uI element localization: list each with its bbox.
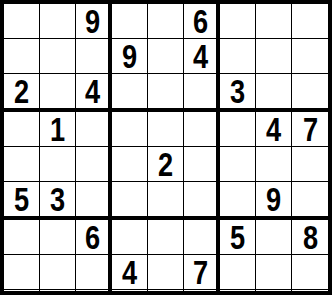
cell-r4c9[interactable]: 7 (292, 112, 328, 147)
cell-r7c6[interactable] (184, 220, 220, 255)
sudoku-board: 969424314725396584739 (0, 0, 332, 295)
cell-r6c4[interactable] (112, 182, 148, 220)
cell-r1c4[interactable] (112, 4, 148, 39)
cell-r9c7[interactable]: 9 (220, 290, 256, 295)
cell-r2c2[interactable] (40, 39, 76, 74)
cell-r3c5[interactable] (148, 74, 184, 112)
given-digit: 4 (192, 39, 207, 73)
given-digit: 3 (230, 74, 245, 108)
given-digit: 9 (84, 4, 99, 38)
cell-r8c3[interactable] (76, 255, 112, 290)
given-digit: 9 (122, 39, 137, 73)
cell-r2c7[interactable] (220, 39, 256, 74)
cell-r7c9[interactable]: 8 (292, 220, 328, 255)
cell-r7c2[interactable] (40, 220, 76, 255)
cell-r7c3[interactable]: 6 (76, 220, 112, 255)
cell-r1c1[interactable] (4, 4, 40, 39)
cell-r9c3[interactable] (76, 290, 112, 295)
cell-r9c5[interactable] (148, 290, 184, 295)
cell-r4c1[interactable] (4, 112, 40, 147)
cell-r6c2[interactable]: 3 (40, 182, 76, 220)
cell-r5c4[interactable] (112, 147, 148, 182)
cell-r3c9[interactable] (292, 74, 328, 112)
cell-r6c6[interactable] (184, 182, 220, 220)
cell-r7c4[interactable] (112, 220, 148, 255)
cell-r2c1[interactable] (4, 39, 40, 74)
given-digit: 4 (84, 74, 99, 108)
cell-r8c4[interactable]: 4 (112, 255, 148, 290)
cell-r9c8[interactable] (256, 290, 292, 295)
cell-r5c3[interactable] (76, 147, 112, 182)
cell-r3c7[interactable]: 3 (220, 74, 256, 112)
cell-r9c9[interactable] (292, 290, 328, 295)
cell-r1c6[interactable]: 6 (184, 4, 220, 39)
cell-r4c4[interactable] (112, 112, 148, 147)
cell-r5c9[interactable] (292, 147, 328, 182)
cell-r4c3[interactable] (76, 112, 112, 147)
cell-r6c1[interactable]: 5 (4, 182, 40, 220)
cell-r6c8[interactable]: 9 (256, 182, 292, 220)
cell-r8c7[interactable] (220, 255, 256, 290)
given-digit: 3 (122, 290, 137, 295)
cell-r1c8[interactable] (256, 4, 292, 39)
cell-r4c8[interactable]: 4 (256, 112, 292, 147)
cell-r7c1[interactable] (4, 220, 40, 255)
given-digit: 7 (192, 255, 207, 289)
cell-r2c9[interactable] (292, 39, 328, 74)
cell-r9c2[interactable] (40, 290, 76, 295)
given-digit: 7 (302, 112, 317, 146)
cell-r9c4[interactable]: 3 (112, 290, 148, 295)
cell-r8c2[interactable] (40, 255, 76, 290)
cell-r1c2[interactable] (40, 4, 76, 39)
given-digit: 1 (50, 112, 65, 146)
given-digit: 6 (84, 220, 99, 254)
given-digit: 4 (122, 255, 137, 289)
given-digit: 3 (50, 182, 65, 216)
cell-r8c6[interactable]: 7 (184, 255, 220, 290)
cell-r6c9[interactable] (292, 182, 328, 220)
given-digit: 8 (302, 220, 317, 254)
cell-r4c7[interactable] (220, 112, 256, 147)
cell-r8c5[interactable] (148, 255, 184, 290)
cell-r8c1[interactable] (4, 255, 40, 290)
cell-r2c5[interactable] (148, 39, 184, 74)
cell-r7c8[interactable] (256, 220, 292, 255)
cell-r6c3[interactable] (76, 182, 112, 220)
given-digit: 6 (192, 4, 207, 38)
cell-r1c7[interactable] (220, 4, 256, 39)
cell-r8c8[interactable] (256, 255, 292, 290)
cell-r3c2[interactable] (40, 74, 76, 112)
cell-r3c6[interactable] (184, 74, 220, 112)
given-digit: 2 (158, 147, 173, 181)
cell-r1c9[interactable] (292, 4, 328, 39)
cell-r5c6[interactable] (184, 147, 220, 182)
cell-r3c4[interactable] (112, 74, 148, 112)
given-digit: 4 (266, 112, 281, 146)
cell-r3c8[interactable] (256, 74, 292, 112)
given-digit: 5 (230, 220, 245, 254)
cell-r7c7[interactable]: 5 (220, 220, 256, 255)
cell-r5c8[interactable] (256, 147, 292, 182)
cell-r5c7[interactable] (220, 147, 256, 182)
cell-r4c5[interactable] (148, 112, 184, 147)
cell-r5c2[interactable] (40, 147, 76, 182)
cell-r6c5[interactable] (148, 182, 184, 220)
cell-r2c8[interactable] (256, 39, 292, 74)
cell-r8c9[interactable] (292, 255, 328, 290)
cell-r5c1[interactable] (4, 147, 40, 182)
cell-r1c5[interactable] (148, 4, 184, 39)
cell-r2c6[interactable]: 4 (184, 39, 220, 74)
cell-r2c4[interactable]: 9 (112, 39, 148, 74)
cell-r6c7[interactable] (220, 182, 256, 220)
cell-r4c6[interactable] (184, 112, 220, 147)
cell-r4c2[interactable]: 1 (40, 112, 76, 147)
cell-r1c3[interactable]: 9 (76, 4, 112, 39)
given-digit: 5 (14, 182, 29, 216)
given-digit: 2 (14, 74, 29, 108)
cell-r7c5[interactable] (148, 220, 184, 255)
given-digit: 9 (230, 290, 245, 295)
cell-r3c1[interactable]: 2 (4, 74, 40, 112)
cell-r9c1[interactable] (4, 290, 40, 295)
given-digit: 9 (266, 182, 281, 216)
cell-r3c3[interactable]: 4 (76, 74, 112, 112)
cell-r2c3[interactable] (76, 39, 112, 74)
cell-r5c5[interactable]: 2 (148, 147, 184, 182)
